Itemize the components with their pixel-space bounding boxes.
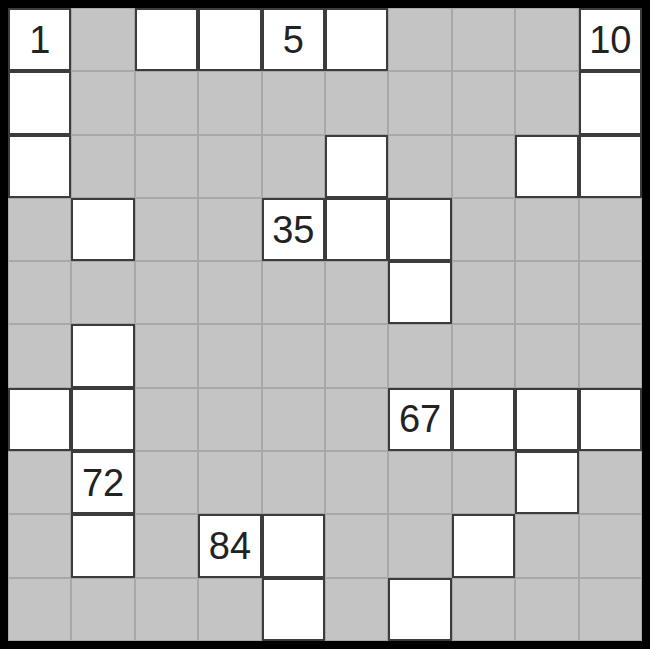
cell-r3c6[interactable] bbox=[325, 135, 388, 198]
cell-r2c1[interactable] bbox=[8, 71, 71, 134]
cell-r7c1[interactable] bbox=[8, 388, 71, 451]
cell-r2c3 bbox=[135, 71, 198, 134]
cell-r3c10[interactable] bbox=[579, 135, 642, 198]
cell-r1c7 bbox=[388, 8, 451, 71]
cell-r10c3 bbox=[135, 578, 198, 641]
cell-r8c1 bbox=[8, 451, 71, 514]
cell-r5c6 bbox=[325, 261, 388, 324]
cell-r6c7 bbox=[388, 324, 451, 387]
cell-r8c4 bbox=[198, 451, 261, 514]
cell-r7c2[interactable] bbox=[71, 388, 134, 451]
cell-r1c3[interactable] bbox=[135, 8, 198, 71]
cell-r8c2: 72 bbox=[71, 451, 134, 514]
cell-r9c4: 84 bbox=[198, 514, 261, 577]
cell-r4c4 bbox=[198, 198, 261, 261]
cell-r5c1 bbox=[8, 261, 71, 324]
cell-r1c1: 1 bbox=[8, 8, 71, 71]
cell-r4c3 bbox=[135, 198, 198, 261]
cell-r2c7 bbox=[388, 71, 451, 134]
cell-r7c10[interactable] bbox=[579, 388, 642, 451]
cell-r10c7[interactable] bbox=[388, 578, 451, 641]
cell-r4c1 bbox=[8, 198, 71, 261]
cell-r4c8 bbox=[452, 198, 515, 261]
cell-r3c5 bbox=[262, 135, 325, 198]
cell-r3c8 bbox=[452, 135, 515, 198]
cell-r7c5 bbox=[262, 388, 325, 451]
cell-r6c9 bbox=[515, 324, 578, 387]
cell-r1c8 bbox=[452, 8, 515, 71]
cell-r10c6 bbox=[325, 578, 388, 641]
cell-r2c6 bbox=[325, 71, 388, 134]
cell-r9c3 bbox=[135, 514, 198, 577]
cell-r2c5 bbox=[262, 71, 325, 134]
cell-r5c5 bbox=[262, 261, 325, 324]
cell-r9c9 bbox=[515, 514, 578, 577]
cell-r10c9 bbox=[515, 578, 578, 641]
cell-r8c3 bbox=[135, 451, 198, 514]
cell-r5c3 bbox=[135, 261, 198, 324]
cell-r9c10 bbox=[579, 514, 642, 577]
cell-r10c2 bbox=[71, 578, 134, 641]
cell-r6c10 bbox=[579, 324, 642, 387]
cell-r6c4 bbox=[198, 324, 261, 387]
cell-r6c2[interactable] bbox=[71, 324, 134, 387]
cell-r5c7[interactable] bbox=[388, 261, 451, 324]
cell-r8c6 bbox=[325, 451, 388, 514]
cell-r10c1 bbox=[8, 578, 71, 641]
hundred-chart-board: 151035677284 bbox=[0, 0, 650, 649]
cell-r4c6[interactable] bbox=[325, 198, 388, 261]
cell-r7c7: 67 bbox=[388, 388, 451, 451]
cell-r4c9 bbox=[515, 198, 578, 261]
cell-r5c10 bbox=[579, 261, 642, 324]
cell-r6c5 bbox=[262, 324, 325, 387]
cell-r8c5 bbox=[262, 451, 325, 514]
cell-r9c2[interactable] bbox=[71, 514, 134, 577]
cell-r5c2 bbox=[71, 261, 134, 324]
cell-r3c9[interactable] bbox=[515, 135, 578, 198]
cell-r4c5: 35 bbox=[262, 198, 325, 261]
cell-r8c10 bbox=[579, 451, 642, 514]
cell-r7c9[interactable] bbox=[515, 388, 578, 451]
cell-r8c9[interactable] bbox=[515, 451, 578, 514]
cell-r7c4 bbox=[198, 388, 261, 451]
cell-r8c7 bbox=[388, 451, 451, 514]
cell-r8c8 bbox=[452, 451, 515, 514]
cell-r1c5: 5 bbox=[262, 8, 325, 71]
cell-r7c3 bbox=[135, 388, 198, 451]
cell-r4c2[interactable] bbox=[71, 198, 134, 261]
cell-r5c8 bbox=[452, 261, 515, 324]
cell-r9c1 bbox=[8, 514, 71, 577]
cell-r2c4 bbox=[198, 71, 261, 134]
cell-r2c9 bbox=[515, 71, 578, 134]
cell-r7c8[interactable] bbox=[452, 388, 515, 451]
cell-r7c6 bbox=[325, 388, 388, 451]
cell-r1c4[interactable] bbox=[198, 8, 261, 71]
cell-r1c6[interactable] bbox=[325, 8, 388, 71]
cell-r4c7[interactable] bbox=[388, 198, 451, 261]
cell-r3c1[interactable] bbox=[8, 135, 71, 198]
cell-r10c10 bbox=[579, 578, 642, 641]
cell-r5c9 bbox=[515, 261, 578, 324]
cell-r6c1 bbox=[8, 324, 71, 387]
cell-r4c10 bbox=[579, 198, 642, 261]
cell-r2c2 bbox=[71, 71, 134, 134]
cell-r6c3 bbox=[135, 324, 198, 387]
cell-r1c2 bbox=[71, 8, 134, 71]
cell-r1c10: 10 bbox=[579, 8, 642, 71]
cell-r3c4 bbox=[198, 135, 261, 198]
cell-r9c8[interactable] bbox=[452, 514, 515, 577]
cell-r3c7 bbox=[388, 135, 451, 198]
cell-r9c7 bbox=[388, 514, 451, 577]
cell-r2c8 bbox=[452, 71, 515, 134]
cell-r1c9 bbox=[515, 8, 578, 71]
cell-r10c8 bbox=[452, 578, 515, 641]
cell-r9c5[interactable] bbox=[262, 514, 325, 577]
cell-r10c4 bbox=[198, 578, 261, 641]
cell-r9c6 bbox=[325, 514, 388, 577]
cell-r10c5[interactable] bbox=[262, 578, 325, 641]
cell-r6c6 bbox=[325, 324, 388, 387]
cell-r3c2 bbox=[71, 135, 134, 198]
cell-r2c10[interactable] bbox=[579, 71, 642, 134]
cell-r5c4 bbox=[198, 261, 261, 324]
cell-r6c8 bbox=[452, 324, 515, 387]
cell-r3c3 bbox=[135, 135, 198, 198]
